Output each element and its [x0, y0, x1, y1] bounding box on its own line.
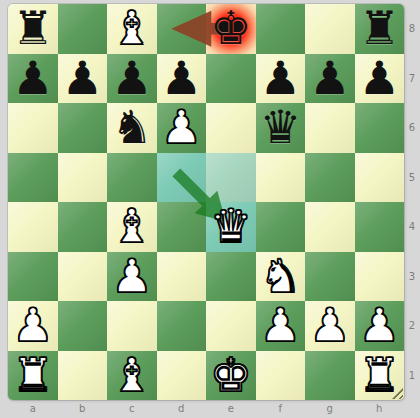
piece-black-pawn[interactable]: ♟: [305, 54, 355, 104]
file-label-g: g: [305, 400, 355, 416]
board-squares: ♜♝♚♜♟♟♟♟♟♟♟♞♟♛♝♛♟♞♟♟♟♟♜♝♚♜: [8, 4, 404, 400]
square-g7[interactable]: ♟: [305, 54, 355, 104]
piece-black-knight[interactable]: ♞: [107, 103, 157, 153]
square-d3[interactable]: [157, 252, 207, 302]
square-a3[interactable]: [8, 252, 58, 302]
square-d1[interactable]: [157, 351, 207, 401]
piece-white-rook[interactable]: ♜: [355, 351, 405, 401]
square-c3[interactable]: ♟: [107, 252, 157, 302]
piece-black-pawn[interactable]: ♟: [8, 54, 58, 104]
square-c5[interactable]: [107, 153, 157, 203]
square-h8[interactable]: ♜: [355, 4, 405, 54]
piece-black-pawn[interactable]: ♟: [355, 54, 405, 104]
square-b8[interactable]: [58, 4, 108, 54]
square-a8[interactable]: ♜: [8, 4, 58, 54]
piece-black-queen[interactable]: ♛: [256, 103, 306, 153]
square-f3[interactable]: ♞: [256, 252, 306, 302]
rank-label-4: 4: [404, 202, 420, 252]
piece-white-rook[interactable]: ♜: [8, 351, 58, 401]
file-label-d: d: [157, 400, 207, 416]
square-a1[interactable]: ♜: [8, 351, 58, 401]
rank-label-7: 7: [404, 54, 420, 104]
square-h1[interactable]: ♜: [355, 351, 405, 401]
rank-label-1: 1: [404, 351, 420, 401]
square-f5[interactable]: [256, 153, 306, 203]
square-d2[interactable]: [157, 301, 207, 351]
square-e2[interactable]: [206, 301, 256, 351]
square-g1[interactable]: [305, 351, 355, 401]
square-d6[interactable]: ♟: [157, 103, 207, 153]
square-h2[interactable]: ♟: [355, 301, 405, 351]
piece-black-pawn[interactable]: ♟: [256, 54, 306, 104]
rank-label-2: 2: [404, 301, 420, 351]
piece-white-knight[interactable]: ♞: [256, 252, 306, 302]
square-h3[interactable]: [355, 252, 405, 302]
piece-white-king[interactable]: ♚: [206, 351, 256, 401]
piece-white-bishop[interactable]: ♝: [107, 351, 157, 401]
rank-label-6: 6: [404, 103, 420, 153]
square-f8[interactable]: [256, 4, 306, 54]
square-f4[interactable]: [256, 202, 306, 252]
square-e7[interactable]: [206, 54, 256, 104]
square-f1[interactable]: [256, 351, 306, 401]
piece-white-pawn[interactable]: ♟: [8, 301, 58, 351]
square-c2[interactable]: [107, 301, 157, 351]
square-b4[interactable]: [58, 202, 108, 252]
square-c8[interactable]: ♝: [107, 4, 157, 54]
square-h6[interactable]: [355, 103, 405, 153]
file-label-c: c: [107, 400, 157, 416]
piece-black-rook[interactable]: ♜: [8, 4, 58, 54]
square-b2[interactable]: [58, 301, 108, 351]
file-label-a: a: [8, 400, 58, 416]
square-g6[interactable]: [305, 103, 355, 153]
square-b5[interactable]: [58, 153, 108, 203]
square-e6[interactable]: [206, 103, 256, 153]
square-c1[interactable]: ♝: [107, 351, 157, 401]
piece-white-pawn[interactable]: ♟: [157, 103, 207, 153]
square-e3[interactable]: [206, 252, 256, 302]
square-g5[interactable]: [305, 153, 355, 203]
rank-label-3: 3: [404, 252, 420, 302]
piece-white-pawn[interactable]: ♟: [107, 252, 157, 302]
square-h7[interactable]: ♟: [355, 54, 405, 104]
chess-board-app: ♜♝♚♜♟♟♟♟♟♟♟♞♟♛♝♛♟♞♟♟♟♟♜♝♚♜ 87654321 abcd…: [0, 0, 420, 418]
square-b1[interactable]: [58, 351, 108, 401]
rank-label-8: 8: [404, 4, 420, 54]
file-label-h: h: [355, 400, 405, 416]
square-a5[interactable]: [8, 153, 58, 203]
square-a6[interactable]: [8, 103, 58, 153]
piece-black-pawn[interactable]: ♟: [107, 54, 157, 104]
rank-label-5: 5: [404, 153, 420, 203]
square-c6[interactable]: ♞: [107, 103, 157, 153]
square-g8[interactable]: [305, 4, 355, 54]
piece-white-queen[interactable]: ♛: [206, 202, 256, 252]
square-e1[interactable]: ♚: [206, 351, 256, 401]
file-label-e: e: [206, 400, 256, 416]
piece-white-bishop[interactable]: ♝: [107, 4, 157, 54]
square-d4[interactable]: [157, 202, 207, 252]
square-d7[interactable]: ♟: [157, 54, 207, 104]
square-g2[interactable]: ♟: [305, 301, 355, 351]
piece-black-rook[interactable]: ♜: [355, 4, 405, 54]
file-label-f: f: [256, 400, 306, 416]
square-g4[interactable]: [305, 202, 355, 252]
square-b3[interactable]: [58, 252, 108, 302]
square-e8[interactable]: ♚: [206, 4, 256, 54]
square-a2[interactable]: ♟: [8, 301, 58, 351]
square-a4[interactable]: [8, 202, 58, 252]
square-d8[interactable]: [157, 4, 207, 54]
piece-white-pawn[interactable]: ♟: [355, 301, 405, 351]
piece-white-pawn[interactable]: ♟: [256, 301, 306, 351]
square-c7[interactable]: ♟: [107, 54, 157, 104]
square-f7[interactable]: ♟: [256, 54, 306, 104]
square-a7[interactable]: ♟: [8, 54, 58, 104]
square-c4[interactable]: ♝: [107, 202, 157, 252]
square-h4[interactable]: [355, 202, 405, 252]
piece-white-pawn[interactable]: ♟: [305, 301, 355, 351]
square-e5[interactable]: [206, 153, 256, 203]
square-e4[interactable]: ♛: [206, 202, 256, 252]
piece-black-pawn[interactable]: ♟: [157, 54, 207, 104]
square-b6[interactable]: [58, 103, 108, 153]
piece-white-bishop[interactable]: ♝: [107, 202, 157, 252]
square-d5[interactable]: [157, 153, 207, 203]
square-f2[interactable]: ♟: [256, 301, 306, 351]
piece-black-king[interactable]: ♚: [206, 4, 256, 54]
square-h5[interactable]: [355, 153, 405, 203]
square-g3[interactable]: [305, 252, 355, 302]
square-b7[interactable]: ♟: [58, 54, 108, 104]
square-f6[interactable]: ♛: [256, 103, 306, 153]
chess-board: ♜♝♚♜♟♟♟♟♟♟♟♞♟♛♝♛♟♞♟♟♟♟♜♝♚♜: [8, 4, 404, 400]
file-label-b: b: [58, 400, 108, 416]
piece-black-pawn[interactable]: ♟: [58, 54, 108, 104]
